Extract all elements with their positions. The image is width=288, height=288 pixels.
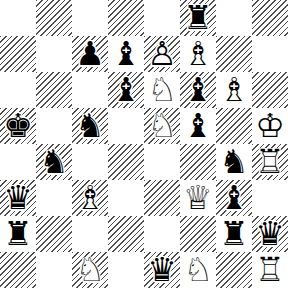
square-a8[interactable] bbox=[0, 0, 36, 36]
square-e2[interactable] bbox=[144, 216, 180, 252]
square-g3[interactable]: ♝♝ bbox=[216, 180, 252, 216]
chess-board: ♜♜♟♟♝♝♟♙♝♗♝♝♞♘♝♝♝♗♚♚♞♞♞♘♝♝♚♔♞♞♞♞♜♖♛♛♝♗♛♕… bbox=[0, 0, 288, 288]
square-h5[interactable]: ♚♔ bbox=[252, 108, 288, 144]
white-rook[interactable]: ♖ bbox=[252, 252, 288, 288]
square-b3[interactable] bbox=[36, 180, 72, 216]
square-c2[interactable] bbox=[72, 216, 108, 252]
square-e8[interactable] bbox=[144, 0, 180, 36]
square-b8[interactable] bbox=[36, 0, 72, 36]
square-c6[interactable] bbox=[72, 72, 108, 108]
square-b4[interactable]: ♞♞ bbox=[36, 144, 72, 180]
square-f4[interactable] bbox=[180, 144, 216, 180]
square-h8[interactable] bbox=[252, 0, 288, 36]
square-h4[interactable]: ♜♖ bbox=[252, 144, 288, 180]
square-b5[interactable] bbox=[36, 108, 72, 144]
square-c8[interactable] bbox=[72, 0, 108, 36]
square-e4[interactable] bbox=[144, 144, 180, 180]
square-d6[interactable]: ♝♝ bbox=[108, 72, 144, 108]
square-f8[interactable]: ♜♜ bbox=[180, 0, 216, 36]
square-a3[interactable]: ♛♛ bbox=[0, 180, 36, 216]
square-g5[interactable] bbox=[216, 108, 252, 144]
black-bishop[interactable]: ♝ bbox=[180, 72, 216, 108]
black-queen[interactable]: ♛ bbox=[252, 216, 288, 252]
square-e3[interactable] bbox=[144, 180, 180, 216]
white-queen[interactable]: ♕ bbox=[180, 180, 216, 216]
square-f5[interactable]: ♝♝ bbox=[180, 108, 216, 144]
white-rook[interactable]: ♖ bbox=[252, 144, 288, 180]
white-knight[interactable]: ♘ bbox=[144, 72, 180, 108]
square-d3[interactable] bbox=[108, 180, 144, 216]
square-b1[interactable] bbox=[36, 252, 72, 288]
square-a2[interactable]: ♜♜ bbox=[0, 216, 36, 252]
black-knight[interactable]: ♞ bbox=[216, 144, 252, 180]
square-g1[interactable] bbox=[216, 252, 252, 288]
square-c3[interactable]: ♝♗ bbox=[72, 180, 108, 216]
square-g6[interactable]: ♝♗ bbox=[216, 72, 252, 108]
square-d7[interactable]: ♝♝ bbox=[108, 36, 144, 72]
square-e7[interactable]: ♟♙ bbox=[144, 36, 180, 72]
square-g2[interactable]: ♜♜ bbox=[216, 216, 252, 252]
white-knight[interactable]: ♘ bbox=[72, 252, 108, 288]
square-h6[interactable] bbox=[252, 72, 288, 108]
square-f6[interactable]: ♝♝ bbox=[180, 72, 216, 108]
square-a1[interactable] bbox=[0, 252, 36, 288]
black-queen[interactable]: ♛ bbox=[144, 252, 180, 288]
black-rook[interactable]: ♜ bbox=[0, 216, 36, 252]
square-g8[interactable] bbox=[216, 0, 252, 36]
black-bishop[interactable]: ♝ bbox=[180, 108, 216, 144]
square-g7[interactable] bbox=[216, 36, 252, 72]
square-a5[interactable]: ♚♚ bbox=[0, 108, 36, 144]
white-king[interactable]: ♔ bbox=[252, 108, 288, 144]
square-f7[interactable]: ♝♗ bbox=[180, 36, 216, 72]
square-f2[interactable] bbox=[180, 216, 216, 252]
square-a4[interactable] bbox=[0, 144, 36, 180]
square-c7[interactable]: ♟♟ bbox=[72, 36, 108, 72]
white-pawn[interactable]: ♙ bbox=[144, 36, 180, 72]
square-h7[interactable] bbox=[252, 36, 288, 72]
white-bishop[interactable]: ♗ bbox=[72, 180, 108, 216]
square-b2[interactable] bbox=[36, 216, 72, 252]
square-a6[interactable] bbox=[0, 72, 36, 108]
square-e5[interactable]: ♞♘ bbox=[144, 108, 180, 144]
square-d8[interactable] bbox=[108, 0, 144, 36]
square-e1[interactable]: ♛♛ bbox=[144, 252, 180, 288]
white-knight[interactable]: ♘ bbox=[180, 252, 216, 288]
square-b7[interactable] bbox=[36, 36, 72, 72]
square-g4[interactable]: ♞♞ bbox=[216, 144, 252, 180]
white-bishop[interactable]: ♗ bbox=[180, 36, 216, 72]
white-bishop[interactable]: ♗ bbox=[216, 72, 252, 108]
square-d5[interactable] bbox=[108, 108, 144, 144]
square-h1[interactable]: ♜♖ bbox=[252, 252, 288, 288]
black-rook[interactable]: ♜ bbox=[180, 0, 216, 36]
square-d4[interactable] bbox=[108, 144, 144, 180]
black-knight[interactable]: ♞ bbox=[36, 144, 72, 180]
black-queen[interactable]: ♛ bbox=[0, 180, 36, 216]
square-f3[interactable]: ♛♕ bbox=[180, 180, 216, 216]
square-c5[interactable]: ♞♞ bbox=[72, 108, 108, 144]
black-bishop[interactable]: ♝ bbox=[108, 36, 144, 72]
square-a7[interactable] bbox=[0, 36, 36, 72]
white-knight[interactable]: ♘ bbox=[144, 108, 180, 144]
black-king[interactable]: ♚ bbox=[0, 108, 36, 144]
square-b6[interactable] bbox=[36, 72, 72, 108]
square-h3[interactable] bbox=[252, 180, 288, 216]
black-bishop[interactable]: ♝ bbox=[108, 72, 144, 108]
black-rook[interactable]: ♜ bbox=[216, 216, 252, 252]
square-d2[interactable] bbox=[108, 216, 144, 252]
square-d1[interactable] bbox=[108, 252, 144, 288]
square-c1[interactable]: ♞♘ bbox=[72, 252, 108, 288]
square-f1[interactable]: ♞♘ bbox=[180, 252, 216, 288]
black-knight[interactable]: ♞ bbox=[72, 108, 108, 144]
square-c4[interactable] bbox=[72, 144, 108, 180]
square-e6[interactable]: ♞♘ bbox=[144, 72, 180, 108]
black-pawn[interactable]: ♟ bbox=[72, 36, 108, 72]
square-h2[interactable]: ♛♛ bbox=[252, 216, 288, 252]
black-bishop[interactable]: ♝ bbox=[216, 180, 252, 216]
